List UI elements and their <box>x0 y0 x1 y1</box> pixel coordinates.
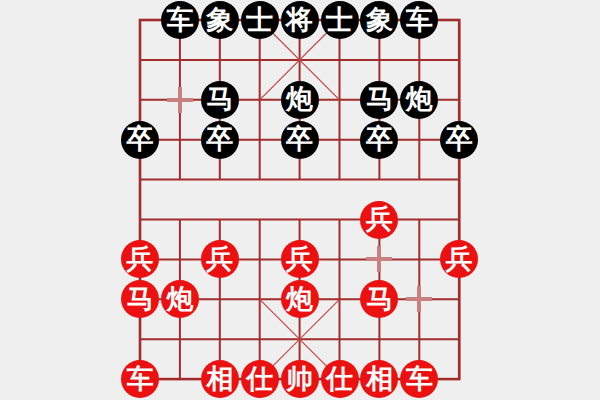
piece-black-soldier[interactable]: 卒 <box>360 121 398 159</box>
piece-red-advisor[interactable]: 仕 <box>321 360 359 398</box>
piece-red-elephant[interactable]: 相 <box>360 360 398 398</box>
piece-red-soldier[interactable]: 兵 <box>440 240 478 278</box>
piece-black-horse[interactable]: 马 <box>360 81 398 119</box>
xiangqi-board-screen: 车象士将士象车马炮马炮卒卒卒卒卒兵兵兵兵兵马炮炮马车相仕帅仕相车 <box>0 0 600 400</box>
piece-red-soldier[interactable]: 兵 <box>360 201 398 239</box>
piece-red-advisor[interactable]: 仕 <box>241 360 279 398</box>
piece-red-horse[interactable]: 马 <box>360 280 398 318</box>
piece-red-chariot[interactable]: 车 <box>400 360 438 398</box>
piece-black-cannon[interactable]: 炮 <box>281 81 319 119</box>
piece-black-elephant[interactable]: 象 <box>360 1 398 39</box>
last-move-origin-marker <box>366 246 392 272</box>
piece-black-advisor[interactable]: 士 <box>241 1 279 39</box>
piece-black-soldier[interactable]: 卒 <box>121 121 159 159</box>
piece-black-general[interactable]: 将 <box>281 1 319 39</box>
piece-black-cannon[interactable]: 炮 <box>400 81 438 119</box>
piece-black-elephant[interactable]: 象 <box>201 1 239 39</box>
piece-black-horse[interactable]: 马 <box>201 81 239 119</box>
piece-red-cannon[interactable]: 炮 <box>161 280 199 318</box>
last-move-origin-marker <box>406 286 432 312</box>
piece-red-soldier[interactable]: 兵 <box>201 240 239 278</box>
piece-red-soldier[interactable]: 兵 <box>121 240 159 278</box>
piece-red-chariot[interactable]: 车 <box>121 360 159 398</box>
piece-black-chariot[interactable]: 车 <box>400 1 438 39</box>
piece-red-elephant[interactable]: 相 <box>201 360 239 398</box>
piece-red-general[interactable]: 帅 <box>281 360 319 398</box>
piece-black-chariot[interactable]: 车 <box>161 1 199 39</box>
piece-black-soldier[interactable]: 卒 <box>281 121 319 159</box>
piece-red-soldier[interactable]: 兵 <box>281 240 319 278</box>
last-move-origin-marker <box>167 87 193 113</box>
piece-black-advisor[interactable]: 士 <box>321 1 359 39</box>
piece-red-cannon[interactable]: 炮 <box>281 280 319 318</box>
board-grid-lines <box>0 0 600 400</box>
piece-black-soldier[interactable]: 卒 <box>440 121 478 159</box>
piece-red-horse[interactable]: 马 <box>121 280 159 318</box>
piece-black-soldier[interactable]: 卒 <box>201 121 239 159</box>
